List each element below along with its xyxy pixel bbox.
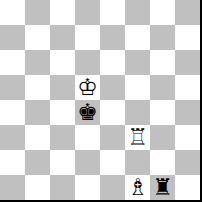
square-b7[interactable] — [25, 25, 50, 50]
square-e4[interactable] — [100, 100, 125, 125]
square-e8[interactable] — [100, 0, 125, 25]
square-d4[interactable]: ♚ — [75, 100, 100, 125]
square-a1[interactable] — [0, 175, 25, 200]
square-g5[interactable] — [150, 75, 175, 100]
square-a2[interactable] — [0, 150, 25, 175]
square-f1[interactable]: ♗ — [125, 175, 150, 200]
square-d7[interactable] — [75, 25, 100, 50]
square-c1[interactable] — [50, 175, 75, 200]
square-c2[interactable] — [50, 150, 75, 175]
black-rook[interactable]: ♜ — [152, 175, 173, 200]
square-a6[interactable] — [0, 50, 25, 75]
square-h2[interactable] — [175, 150, 200, 175]
white-rook[interactable]: ♖ — [127, 125, 148, 150]
square-h6[interactable] — [175, 50, 200, 75]
square-f5[interactable] — [125, 75, 150, 100]
square-g7[interactable] — [150, 25, 175, 50]
square-h3[interactable] — [175, 125, 200, 150]
square-d3[interactable] — [75, 125, 100, 150]
square-h7[interactable] — [175, 25, 200, 50]
black-king[interactable]: ♚ — [77, 100, 98, 125]
chess-diagram: ♔♚♖♗♜ — [0, 0, 202, 202]
square-d2[interactable] — [75, 150, 100, 175]
square-d8[interactable] — [75, 0, 100, 25]
square-g1[interactable]: ♜ — [150, 175, 175, 200]
square-e2[interactable] — [100, 150, 125, 175]
square-c7[interactable] — [50, 25, 75, 50]
square-e6[interactable] — [100, 50, 125, 75]
square-b5[interactable] — [25, 75, 50, 100]
chess-board: ♔♚♖♗♜ — [0, 0, 202, 202]
square-c6[interactable] — [50, 50, 75, 75]
square-b3[interactable] — [25, 125, 50, 150]
square-h8[interactable] — [175, 0, 200, 25]
square-a8[interactable] — [0, 0, 25, 25]
square-g6[interactable] — [150, 50, 175, 75]
square-b6[interactable] — [25, 50, 50, 75]
white-king[interactable]: ♔ — [77, 75, 98, 100]
square-h5[interactable] — [175, 75, 200, 100]
square-e5[interactable] — [100, 75, 125, 100]
square-g3[interactable] — [150, 125, 175, 150]
square-f8[interactable] — [125, 0, 150, 25]
square-b1[interactable] — [25, 175, 50, 200]
square-f7[interactable] — [125, 25, 150, 50]
square-c5[interactable] — [50, 75, 75, 100]
square-e7[interactable] — [100, 25, 125, 50]
white-bishop[interactable]: ♗ — [127, 175, 148, 200]
square-f2[interactable] — [125, 150, 150, 175]
square-f6[interactable] — [125, 50, 150, 75]
square-a3[interactable] — [0, 125, 25, 150]
square-f4[interactable] — [125, 100, 150, 125]
square-f3[interactable]: ♖ — [125, 125, 150, 150]
square-g8[interactable] — [150, 0, 175, 25]
square-d6[interactable] — [75, 50, 100, 75]
square-a4[interactable] — [0, 100, 25, 125]
square-b4[interactable] — [25, 100, 50, 125]
square-h1[interactable] — [175, 175, 200, 200]
square-e3[interactable] — [100, 125, 125, 150]
square-a5[interactable] — [0, 75, 25, 100]
square-d5[interactable]: ♔ — [75, 75, 100, 100]
square-g2[interactable] — [150, 150, 175, 175]
square-c3[interactable] — [50, 125, 75, 150]
square-h4[interactable] — [175, 100, 200, 125]
square-b8[interactable] — [25, 0, 50, 25]
square-g4[interactable] — [150, 100, 175, 125]
square-d1[interactable] — [75, 175, 100, 200]
square-a7[interactable] — [0, 25, 25, 50]
square-b2[interactable] — [25, 150, 50, 175]
square-c8[interactable] — [50, 0, 75, 25]
square-c4[interactable] — [50, 100, 75, 125]
square-e1[interactable] — [100, 175, 125, 200]
